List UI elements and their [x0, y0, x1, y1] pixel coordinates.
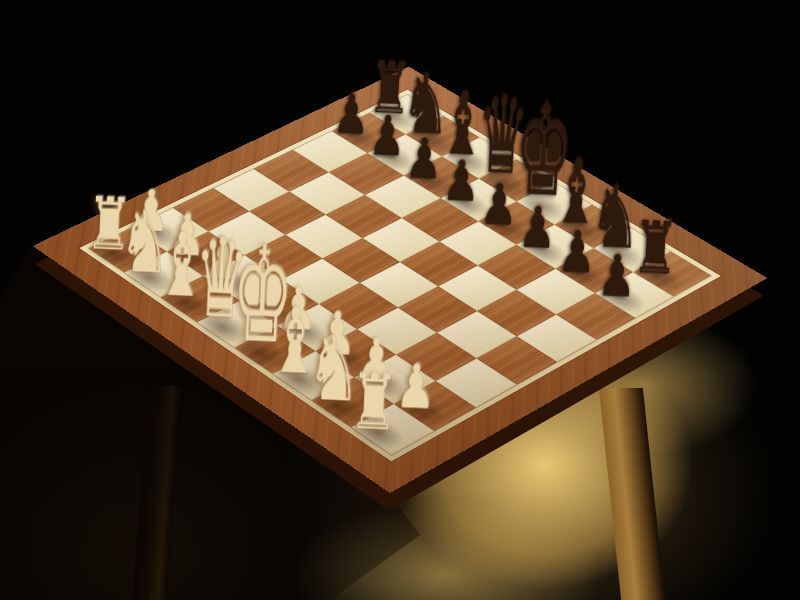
white-rook-h1[interactable]: ♜: [343, 363, 404, 442]
board-squares: ♜♞♝♛♚♝♞♜♟♟♟♟♟♟♟♟♟♟♟♟♟♟♟♟♜♞♝♛♚♝♞♜: [89, 95, 711, 455]
black-pawn-h7[interactable]: ♟: [589, 246, 644, 306]
photo-background: ♜♞♝♛♚♝♞♜♟♟♟♟♟♟♟♟♟♟♟♟♟♟♟♟♜♞♝♛♚♝♞♜: [0, 0, 800, 600]
board-perspective-wrapper: ♜♞♝♛♚♝♞♜♟♟♟♟♟♟♟♟♟♟♟♟♟♟♟♟♜♞♝♛♚♝♞♜: [129, 0, 671, 533]
